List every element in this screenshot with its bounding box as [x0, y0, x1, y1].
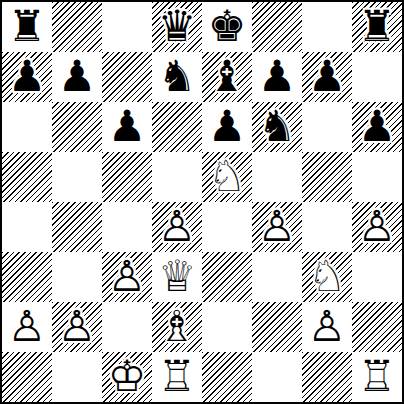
square-a3[interactable]	[2, 252, 52, 302]
black-piece-glyph: ♟	[352, 102, 402, 152]
piece-black-pawn: ♟	[202, 102, 252, 152]
piece-white-knight: ♞♘	[302, 252, 352, 302]
piece-white-king: ♚♔	[102, 352, 152, 402]
square-f3[interactable]	[252, 252, 302, 302]
piece-black-knight: ♞	[252, 102, 302, 152]
square-g5[interactable]	[302, 152, 352, 202]
black-piece-glyph: ♛	[152, 2, 202, 52]
piece-black-rook: ♜	[352, 2, 402, 52]
white-piece-body: ♞	[302, 252, 352, 302]
square-b2[interactable]: ♟♙	[52, 302, 102, 352]
white-piece-body: ♝	[152, 302, 202, 352]
white-piece-outline: ♕	[152, 252, 202, 302]
black-piece-glyph: ♟	[52, 52, 102, 102]
square-f6[interactable]: ♞	[252, 102, 302, 152]
square-f7[interactable]: ♟	[252, 52, 302, 102]
square-d5[interactable]	[152, 152, 202, 202]
square-b1[interactable]	[52, 352, 102, 402]
square-b8[interactable]	[52, 2, 102, 52]
white-piece-outline: ♙	[252, 202, 302, 252]
piece-white-bishop: ♝♗	[152, 302, 202, 352]
square-h5[interactable]	[352, 152, 402, 202]
piece-white-pawn: ♟♙	[152, 202, 202, 252]
square-g2[interactable]: ♟♙	[302, 302, 352, 352]
piece-black-knight: ♞	[152, 52, 202, 102]
square-b3[interactable]	[52, 252, 102, 302]
square-e3[interactable]	[202, 252, 252, 302]
white-piece-outline: ♘	[302, 252, 352, 302]
square-h3[interactable]	[352, 252, 402, 302]
piece-black-pawn: ♟	[302, 52, 352, 102]
white-piece-body: ♟	[102, 252, 152, 302]
white-piece-outline: ♖	[152, 352, 202, 402]
piece-black-pawn: ♟	[352, 102, 402, 152]
black-piece-glyph: ♟	[102, 102, 152, 152]
black-piece-glyph: ♞	[152, 52, 202, 102]
square-g7[interactable]: ♟	[302, 52, 352, 102]
square-b7[interactable]: ♟	[52, 52, 102, 102]
square-h8[interactable]: ♜	[352, 2, 402, 52]
square-f1[interactable]	[252, 352, 302, 402]
piece-black-pawn: ♟	[2, 52, 52, 102]
white-piece-outline: ♙	[102, 252, 152, 302]
piece-black-pawn: ♟	[102, 102, 152, 152]
square-f4[interactable]: ♟♙	[252, 202, 302, 252]
piece-white-knight: ♞♘	[202, 152, 252, 202]
white-piece-outline: ♙	[2, 302, 52, 352]
square-e7[interactable]: ♝	[202, 52, 252, 102]
piece-black-queen: ♛	[152, 2, 202, 52]
white-piece-body: ♟	[152, 202, 202, 252]
square-d7[interactable]: ♞	[152, 52, 202, 102]
square-c4[interactable]	[102, 202, 152, 252]
white-piece-outline: ♘	[202, 152, 252, 202]
square-d2[interactable]: ♝♗	[152, 302, 202, 352]
square-a2[interactable]: ♟♙	[2, 302, 52, 352]
white-piece-outline: ♙	[352, 202, 402, 252]
piece-white-queen: ♛♕	[152, 252, 202, 302]
piece-black-king: ♚	[202, 2, 252, 52]
square-h2[interactable]	[352, 302, 402, 352]
square-e5[interactable]: ♞♘	[202, 152, 252, 202]
square-a4[interactable]	[2, 202, 52, 252]
white-piece-outline: ♔	[102, 352, 152, 402]
square-a5[interactable]	[2, 152, 52, 202]
square-a6[interactable]	[2, 102, 52, 152]
piece-white-pawn: ♟♙	[252, 202, 302, 252]
square-g1[interactable]	[302, 352, 352, 402]
white-piece-body: ♟	[252, 202, 302, 252]
white-piece-body: ♟	[302, 302, 352, 352]
square-g4[interactable]	[302, 202, 352, 252]
black-piece-glyph: ♟	[202, 102, 252, 152]
square-d1[interactable]: ♜♖	[152, 352, 202, 402]
square-g8[interactable]	[302, 2, 352, 52]
square-a8[interactable]: ♜	[2, 2, 52, 52]
square-d4[interactable]: ♟♙	[152, 202, 202, 252]
square-h6[interactable]: ♟	[352, 102, 402, 152]
piece-white-pawn: ♟♙	[352, 202, 402, 252]
square-h7[interactable]	[352, 52, 402, 102]
white-piece-body: ♜	[152, 352, 202, 402]
black-piece-glyph: ♟	[252, 52, 302, 102]
square-f2[interactable]	[252, 302, 302, 352]
square-f5[interactable]	[252, 152, 302, 202]
square-e6[interactable]: ♟	[202, 102, 252, 152]
square-c1[interactable]: ♚♔	[102, 352, 152, 402]
piece-black-bishop: ♝	[202, 52, 252, 102]
square-h4[interactable]: ♟♙	[352, 202, 402, 252]
white-piece-outline: ♙	[302, 302, 352, 352]
square-b5[interactable]	[52, 152, 102, 202]
square-c3[interactable]: ♟♙	[102, 252, 152, 302]
white-piece-outline: ♙	[52, 302, 102, 352]
square-e8[interactable]: ♚	[202, 2, 252, 52]
square-e4[interactable]	[202, 202, 252, 252]
white-piece-body: ♟	[52, 302, 102, 352]
white-piece-outline: ♖	[352, 352, 402, 402]
square-a1[interactable]	[2, 352, 52, 402]
square-e2[interactable]	[202, 302, 252, 352]
piece-white-pawn: ♟♙	[102, 252, 152, 302]
black-piece-glyph: ♟	[302, 52, 352, 102]
piece-white-pawn: ♟♙	[302, 302, 352, 352]
square-d8[interactable]: ♛	[152, 2, 202, 52]
black-piece-glyph: ♜	[2, 2, 52, 52]
piece-black-pawn: ♟	[52, 52, 102, 102]
white-piece-body: ♟	[352, 202, 402, 252]
square-c6[interactable]: ♟	[102, 102, 152, 152]
square-e1[interactable]	[202, 352, 252, 402]
black-piece-glyph: ♞	[252, 102, 302, 152]
chess-board: ♜♛♚♜♟♟♞♝♟♟♟♟♞♟♞♘♟♙♟♙♟♙♟♙♛♕♞♘♟♙♟♙♝♗♟♙♚♔♜♖…	[0, 0, 404, 404]
piece-black-rook: ♜	[2, 2, 52, 52]
black-piece-glyph: ♝	[202, 52, 252, 102]
black-piece-glyph: ♚	[202, 2, 252, 52]
square-h1[interactable]: ♜♖	[352, 352, 402, 402]
piece-white-rook: ♜♖	[352, 352, 402, 402]
white-piece-outline: ♗	[152, 302, 202, 352]
square-f8[interactable]	[252, 2, 302, 52]
piece-white-pawn: ♟♙	[2, 302, 52, 352]
square-d3[interactable]: ♛♕	[152, 252, 202, 302]
square-b4[interactable]	[52, 202, 102, 252]
piece-black-pawn: ♟	[252, 52, 302, 102]
square-d6[interactable]	[152, 102, 202, 152]
square-b6[interactable]	[52, 102, 102, 152]
white-piece-body: ♚	[102, 352, 152, 402]
square-c5[interactable]	[102, 152, 152, 202]
square-g3[interactable]: ♞♘	[302, 252, 352, 302]
white-piece-body: ♟	[2, 302, 52, 352]
piece-white-rook: ♜♖	[152, 352, 202, 402]
white-piece-body: ♞	[202, 152, 252, 202]
square-c2[interactable]	[102, 302, 152, 352]
white-piece-body: ♜	[352, 352, 402, 402]
white-piece-body: ♛	[152, 252, 202, 302]
square-c8[interactable]	[102, 2, 152, 52]
black-piece-glyph: ♟	[2, 52, 52, 102]
white-piece-outline: ♙	[152, 202, 202, 252]
square-a7[interactable]: ♟	[2, 52, 52, 102]
black-piece-glyph: ♜	[352, 2, 402, 52]
piece-white-pawn: ♟♙	[52, 302, 102, 352]
square-g6[interactable]	[302, 102, 352, 152]
square-c7[interactable]	[102, 52, 152, 102]
